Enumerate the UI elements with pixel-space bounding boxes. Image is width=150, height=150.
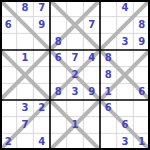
cell-r6c8[interactable] [117,83,134,100]
cell-r7c9[interactable] [133,100,150,117]
cell-r1c7[interactable] [100,0,117,17]
cell-r9c5[interactable] [67,133,84,150]
cell-r4c4[interactable]: 6 [50,50,67,67]
cell-r1c1[interactable] [0,0,17,17]
cell-r9c1[interactable]: 2 [0,133,17,150]
cell-r8c7[interactable] [100,117,117,134]
cell-r4c8[interactable] [117,50,134,67]
cell-r7c4[interactable] [50,100,67,117]
cell-r6c2[interactable] [17,83,34,100]
cell-r3c8[interactable]: 3 [117,33,134,50]
cell-r7c2[interactable]: 3 [17,100,34,117]
cell-r6c1[interactable] [0,83,17,100]
cell-r5c4[interactable] [50,67,67,84]
cell-r7c5[interactable] [67,100,84,117]
cell-r8c9[interactable] [133,117,150,134]
cell-r5c5[interactable]: 2 [67,67,84,84]
cell-r4c2[interactable]: 1 [17,50,34,67]
cell-r1c5[interactable] [67,0,84,17]
cell-r5c9[interactable] [133,67,150,84]
cell-r6c9[interactable]: 6 [133,83,150,100]
cell-r9c8[interactable]: 3 [117,133,134,150]
cell-r3c3[interactable] [33,33,50,50]
cell-r1c6[interactable] [83,0,100,17]
cell-r9c7[interactable] [100,133,117,150]
cell-r7c6[interactable] [83,100,100,117]
cell-r2c1[interactable]: 6 [0,17,17,34]
cell-r9c6[interactable] [83,133,100,150]
cell-r7c8[interactable] [117,100,134,117]
cell-r8c5[interactable]: 1 [67,117,84,134]
cell-r3c7[interactable] [100,33,117,50]
cell-r3c4[interactable]: 8 [50,33,67,50]
cell-r6c4[interactable]: 8 [50,83,67,100]
cell-r8c8[interactable]: 6 [117,117,134,134]
cell-r1c2[interactable]: 8 [17,0,34,17]
cell-r6c3[interactable] [33,83,50,100]
cell-r4c7[interactable]: 8 [100,50,117,67]
cell-r1c8[interactable]: 4 [117,0,134,17]
cell-r4c1[interactable] [0,50,17,67]
cell-r3c9[interactable]: 9 [133,33,150,50]
cell-r5c3[interactable] [33,67,50,84]
cell-r2c9[interactable]: 8 [133,17,150,34]
cell-r5c7[interactable]: 8 [100,67,117,84]
cell-r9c2[interactable] [17,133,34,150]
cell-r4c6[interactable]: 4 [83,50,100,67]
cell-r3c6[interactable] [83,33,100,50]
cell-r2c5[interactable] [67,17,84,34]
cell-r9c9[interactable]: 1 [133,133,150,150]
cell-r1c9[interactable] [133,0,150,17]
cell-r6c6[interactable]: 9 [83,83,100,100]
cell-r8c4[interactable] [50,117,67,134]
cell-r5c8[interactable] [117,67,134,84]
cell-r5c1[interactable] [0,67,17,84]
cell-r4c5[interactable]: 7 [67,50,84,67]
cell-r3c1[interactable] [0,33,17,50]
cell-r2c4[interactable] [50,17,67,34]
cell-r8c6[interactable] [83,117,100,134]
cell-r2c8[interactable] [117,17,134,34]
cell-r5c6[interactable] [83,67,100,84]
cell-r7c3[interactable]: 2 [33,100,50,117]
cell-r8c1[interactable] [0,117,17,134]
cell-r2c3[interactable]: 9 [33,17,50,34]
cell-r1c3[interactable]: 7 [33,0,50,17]
cell-r2c2[interactable] [17,17,34,34]
cell-r2c6[interactable]: 7 [83,17,100,34]
sudoku-board: 87469788391674828839163267162431 [0,0,150,150]
cell-r7c7[interactable]: 6 [100,100,117,117]
cell-r9c4[interactable] [50,133,67,150]
sudoku-grid: 87469788391674828839163267162431 [0,0,150,150]
cell-r1c4[interactable] [50,0,67,17]
cell-r7c1[interactable] [0,100,17,117]
cell-r3c2[interactable] [17,33,34,50]
cell-r3c5[interactable] [67,33,84,50]
cell-r6c7[interactable]: 1 [100,83,117,100]
cell-r8c3[interactable] [33,117,50,134]
cell-r4c9[interactable] [133,50,150,67]
cell-r6c5[interactable]: 3 [67,83,84,100]
cell-r9c3[interactable]: 4 [33,133,50,150]
cell-r8c2[interactable]: 7 [17,117,34,134]
cell-r5c2[interactable] [17,67,34,84]
cell-r2c7[interactable] [100,17,117,34]
cell-r4c3[interactable] [33,50,50,67]
